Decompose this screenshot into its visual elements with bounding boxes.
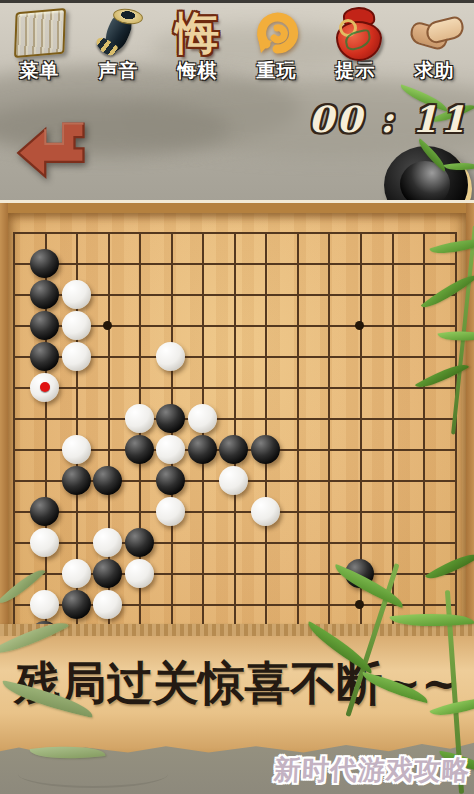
toolbar: 菜单 声音 悔 悔棋 重玩 提示 (0, 2, 474, 88)
handshake-icon (408, 13, 462, 53)
banner-text: 残局过关惊喜不断~~ (0, 660, 474, 706)
black-stone (30, 280, 59, 309)
hint-label: 提示 (336, 59, 376, 81)
watermark: 新时代游戏攻略 (273, 752, 471, 788)
white-stone (62, 311, 91, 340)
replay-button[interactable]: 重玩 (237, 2, 316, 88)
timer: 00 : 11 (308, 98, 468, 140)
help-button[interactable]: 求助 (395, 2, 474, 88)
ink-sketch (18, 760, 168, 788)
black-stone (30, 249, 59, 278)
sound-button[interactable]: 声音 (79, 2, 158, 88)
white-stone (219, 466, 248, 495)
white-stone (62, 280, 91, 309)
horn-icon (93, 8, 145, 58)
black-stone (188, 435, 217, 464)
replay-arrow-icon (252, 8, 302, 58)
replay-label: 重玩 (257, 59, 297, 81)
black-stone (125, 435, 154, 464)
black-stone (30, 497, 59, 526)
hint-button[interactable]: 提示 (316, 2, 395, 88)
white-stone (125, 559, 154, 588)
black-stone (93, 559, 122, 588)
white-stone (62, 559, 91, 588)
white-stone (30, 373, 59, 402)
black-stone (156, 404, 185, 433)
white-stone (156, 435, 185, 464)
undo-label: 悔棋 (178, 59, 218, 81)
black-stone (219, 435, 248, 464)
black-stone (125, 528, 154, 557)
star-point (103, 321, 112, 330)
white-stone (93, 528, 122, 557)
black-stone (93, 466, 122, 495)
black-stone (251, 435, 280, 464)
back-button[interactable] (16, 110, 88, 180)
sound-label: 声音 (99, 59, 139, 81)
white-stone (62, 435, 91, 464)
white-stone (30, 528, 59, 557)
white-stone (251, 497, 280, 526)
menu-label: 菜单 (20, 59, 60, 81)
white-stone (188, 404, 217, 433)
hint-pouch-icon (331, 7, 381, 59)
white-stone (156, 342, 185, 371)
board (0, 200, 474, 651)
white-stone (30, 590, 59, 619)
last-move-marker (40, 382, 50, 392)
black-stone (156, 466, 185, 495)
menu-button[interactable]: 菜单 (0, 2, 79, 88)
help-label: 求助 (415, 59, 455, 81)
goban[interactable] (0, 217, 471, 682)
star-point (355, 321, 364, 330)
undo-move-button[interactable]: 悔 悔棋 (158, 2, 237, 88)
black-stone (30, 311, 59, 340)
white-stone (156, 497, 185, 526)
white-stone (93, 590, 122, 619)
scroll-icon (14, 8, 66, 58)
black-stone (30, 342, 59, 371)
white-stone (62, 342, 91, 371)
black-stone (62, 466, 91, 495)
star-point (355, 600, 364, 609)
white-stone (125, 404, 154, 433)
regret-character-icon: 悔 (176, 9, 220, 57)
black-stone (62, 590, 91, 619)
